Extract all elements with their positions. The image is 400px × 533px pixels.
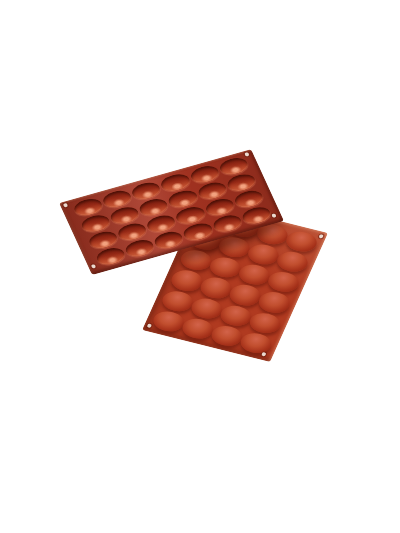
product-photo <box>0 0 400 533</box>
dome-cell <box>255 290 292 316</box>
dome-cell <box>208 323 245 349</box>
cavity-cell <box>210 213 244 235</box>
cavity-cell <box>94 245 128 267</box>
dome-cell <box>179 316 216 342</box>
dome-cell <box>246 310 283 336</box>
cavity-cell <box>239 204 273 226</box>
dome-cell <box>237 330 274 356</box>
cavity-cell <box>152 229 186 251</box>
dome-cell <box>283 229 320 255</box>
dome-cell <box>150 308 187 334</box>
cavity-cell <box>181 221 215 243</box>
cavity-cell <box>123 237 157 259</box>
